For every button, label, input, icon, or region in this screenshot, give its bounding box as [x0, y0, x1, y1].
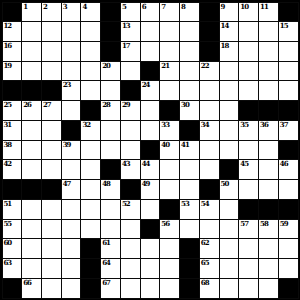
- clue-number: 36: [260, 121, 268, 128]
- cell-r3c8[interactable]: 21: [159, 61, 180, 82]
- clue-number: 17: [122, 42, 130, 49]
- black-cell-r13c4: [80, 258, 101, 279]
- cell-r1c9[interactable]: [179, 21, 200, 42]
- cell-r12c1[interactable]: [21, 238, 42, 259]
- cell-r12c6[interactable]: [120, 238, 141, 259]
- clue-number: 55: [4, 220, 12, 227]
- cell-r10c9[interactable]: 53: [179, 199, 200, 220]
- clue-number: 10: [240, 3, 248, 10]
- clue-number: 19: [4, 62, 12, 69]
- cell-r11c11[interactable]: [219, 219, 240, 240]
- cell-r9c9[interactable]: [179, 179, 200, 200]
- clue-number: 2: [43, 3, 47, 10]
- clue-number: 24: [142, 81, 150, 88]
- cell-r1c0[interactable]: 12: [2, 21, 23, 42]
- cell-r3c10[interactable]: 22: [199, 61, 220, 82]
- clue-number: 40: [161, 141, 169, 148]
- cell-r6c6[interactable]: [120, 120, 141, 141]
- black-cell-r4c6: [120, 80, 141, 101]
- cell-r1c2[interactable]: [41, 21, 62, 42]
- cell-r0c2[interactable]: 2: [41, 2, 62, 23]
- cell-r5c9[interactable]: 30: [179, 100, 200, 121]
- clue-number: 33: [161, 121, 169, 128]
- cell-r5c11[interactable]: [219, 100, 240, 121]
- cell-r10c7[interactable]: [140, 199, 161, 220]
- cell-r3c6[interactable]: [120, 61, 141, 82]
- clue-number: 42: [4, 160, 12, 167]
- clue-number: 66: [23, 279, 31, 286]
- cell-r4c7[interactable]: 24: [140, 80, 161, 101]
- clue-number: 15: [280, 22, 288, 29]
- cell-r6c10[interactable]: 34: [199, 120, 220, 141]
- clue-number: 56: [161, 220, 169, 227]
- cell-r12c11[interactable]: [219, 238, 240, 259]
- cell-r11c13[interactable]: 58: [258, 219, 279, 240]
- cell-r7c10[interactable]: [199, 140, 220, 161]
- cell-r13c1[interactable]: [21, 258, 42, 279]
- cell-r2c9[interactable]: [179, 41, 200, 62]
- clue-number: 4: [82, 3, 86, 10]
- cell-r11c1[interactable]: [21, 219, 42, 240]
- cell-r9c13[interactable]: [258, 179, 279, 200]
- cell-r13c13[interactable]: [258, 258, 279, 279]
- cell-r2c13[interactable]: [258, 41, 279, 62]
- cell-r0c4[interactable]: 4: [80, 2, 101, 23]
- clue-number: 26: [23, 101, 31, 108]
- clue-number: 29: [122, 101, 130, 108]
- black-cell-r0c14: [278, 2, 299, 23]
- clue-number: 43: [122, 160, 130, 167]
- clue-number: 59: [280, 220, 288, 227]
- black-cell-r14c0: [2, 278, 23, 299]
- black-cell-r10c13: [258, 199, 279, 220]
- black-cell-r10c12: [238, 199, 259, 220]
- black-cell-r10c14: [278, 199, 299, 220]
- clue-number: 3: [63, 3, 67, 10]
- cell-r2c0[interactable]: 16: [2, 41, 23, 62]
- cell-r11c3[interactable]: [61, 219, 82, 240]
- cell-r12c5[interactable]: 61: [100, 238, 121, 259]
- cell-r4c5[interactable]: [100, 80, 121, 101]
- cell-r0c3[interactable]: 3: [61, 2, 82, 23]
- black-cell-r2c10: [199, 41, 220, 62]
- clue-number: 9: [221, 3, 225, 10]
- cell-r4c12[interactable]: [238, 80, 259, 101]
- cell-r2c3[interactable]: [61, 41, 82, 62]
- clue-number: 13: [122, 22, 130, 29]
- cell-r0c1[interactable]: 1: [21, 2, 42, 23]
- cell-r8c6[interactable]: 43: [120, 159, 141, 180]
- clue-number: 18: [221, 42, 229, 49]
- clue-number: 32: [82, 121, 90, 128]
- clue-number: 5: [122, 3, 126, 10]
- cell-r4c4[interactable]: [80, 80, 101, 101]
- cell-r2c7[interactable]: [140, 41, 161, 62]
- cell-r8c12[interactable]: 45: [238, 159, 259, 180]
- black-cell-r3c7: [140, 61, 161, 82]
- clue-number: 37: [280, 121, 288, 128]
- clue-number: 27: [43, 101, 51, 108]
- clue-number: 6: [142, 3, 146, 10]
- black-cell-r11c7: [140, 219, 161, 240]
- cell-r8c0[interactable]: 42: [2, 159, 23, 180]
- cell-r12c12[interactable]: [238, 238, 259, 259]
- cell-r2c12[interactable]: [238, 41, 259, 62]
- black-cell-r5c4: [80, 100, 101, 121]
- clue-number: 47: [63, 180, 71, 187]
- cell-r13c0[interactable]: 63: [2, 258, 23, 279]
- cell-r5c5[interactable]: 28: [100, 100, 121, 121]
- cell-r8c8[interactable]: [159, 159, 180, 180]
- cell-r2c6[interactable]: 17: [120, 41, 141, 62]
- clue-number: 61: [102, 239, 110, 246]
- black-cell-r0c5: [100, 2, 121, 23]
- cell-r4c11[interactable]: [219, 80, 240, 101]
- clue-number: 41: [181, 141, 189, 148]
- cell-r12c10[interactable]: 62: [199, 238, 220, 259]
- cell-r11c2[interactable]: [41, 219, 62, 240]
- cell-r9c8[interactable]: [159, 179, 180, 200]
- clue-number: 7: [161, 3, 165, 10]
- cell-r3c0[interactable]: 19: [2, 61, 23, 82]
- clue-number: 21: [161, 62, 169, 69]
- cell-r7c4[interactable]: [80, 140, 101, 161]
- clue-number: 8: [181, 3, 185, 10]
- clue-number: 35: [240, 121, 248, 128]
- cell-r10c11[interactable]: [219, 199, 240, 220]
- cell-r10c2[interactable]: [41, 199, 62, 220]
- clue-number: 50: [221, 180, 229, 187]
- cell-r6c2[interactable]: [41, 120, 62, 141]
- cell-r10c0[interactable]: 51: [2, 199, 23, 220]
- black-cell-r5c14: [278, 100, 299, 121]
- cell-r2c1[interactable]: [21, 41, 42, 62]
- clue-number: 54: [201, 200, 209, 207]
- cell-r0c9[interactable]: 8: [179, 2, 200, 23]
- cell-r2c11[interactable]: 18: [219, 41, 240, 62]
- cell-r13c3[interactable]: [61, 258, 82, 279]
- black-cell-r8c11: [219, 159, 240, 180]
- cell-r13c6[interactable]: [120, 258, 141, 279]
- cell-r2c14[interactable]: [278, 41, 299, 62]
- cell-r12c0[interactable]: 60: [2, 238, 23, 259]
- cell-r7c5[interactable]: [100, 140, 121, 161]
- cell-r14c6[interactable]: [120, 278, 141, 299]
- cell-r4c3[interactable]: 23: [61, 80, 82, 101]
- cell-r12c7[interactable]: [140, 238, 161, 259]
- black-cell-r9c0: [2, 179, 23, 200]
- cell-r3c4[interactable]: [80, 61, 101, 82]
- cell-r6c5[interactable]: [100, 120, 121, 141]
- cell-r8c1[interactable]: [21, 159, 42, 180]
- cell-r3c11[interactable]: [219, 61, 240, 82]
- clue-number: 39: [63, 141, 71, 148]
- cell-r0c6[interactable]: 5: [120, 2, 141, 23]
- black-cell-r9c1: [21, 179, 42, 200]
- cell-r5c0[interactable]: 25: [2, 100, 23, 121]
- clue-number: 12: [4, 22, 12, 29]
- cell-r11c8[interactable]: 56: [159, 219, 180, 240]
- cell-r11c6[interactable]: [120, 219, 141, 240]
- cell-r8c14[interactable]: 46: [278, 159, 299, 180]
- cell-r7c6[interactable]: [120, 140, 141, 161]
- black-cell-r4c0: [2, 80, 23, 101]
- cell-r14c13[interactable]: [258, 278, 279, 299]
- clue-number: 16: [4, 42, 12, 49]
- cell-r5c2[interactable]: 27: [41, 100, 62, 121]
- cell-r6c14[interactable]: 37: [278, 120, 299, 141]
- clue-number: 49: [142, 180, 150, 187]
- cell-r13c7[interactable]: [140, 258, 161, 279]
- black-cell-r14c4: [80, 278, 101, 299]
- cell-r8c2[interactable]: [41, 159, 62, 180]
- black-cell-r6c3: [61, 120, 82, 141]
- clue-number: 14: [221, 22, 229, 29]
- cell-r4c13[interactable]: [258, 80, 279, 101]
- cell-r8c13[interactable]: [258, 159, 279, 180]
- cell-r3c5[interactable]: 20: [100, 61, 121, 82]
- cell-r10c5[interactable]: [100, 199, 121, 220]
- black-cell-r9c2: [41, 179, 62, 200]
- black-cell-r9c10: [199, 179, 220, 200]
- cell-r8c3[interactable]: [61, 159, 82, 180]
- black-cell-r0c0: [2, 2, 23, 23]
- cell-r1c12[interactable]: [238, 21, 259, 42]
- cell-r11c5[interactable]: [100, 219, 121, 240]
- black-cell-r12c9: [179, 238, 200, 259]
- black-cell-r5c8: [159, 100, 180, 121]
- clue-number: 30: [181, 101, 189, 108]
- cell-r4c9[interactable]: [179, 80, 200, 101]
- cell-r13c2[interactable]: [41, 258, 62, 279]
- cell-r14c10[interactable]: 68: [199, 278, 220, 299]
- clue-number: 22: [201, 62, 209, 69]
- black-cell-r4c1: [21, 80, 42, 101]
- cell-r1c14[interactable]: 15: [278, 21, 299, 42]
- cell-r3c12[interactable]: [238, 61, 259, 82]
- cell-r6c13[interactable]: 36: [258, 120, 279, 141]
- black-cell-r13c9: [179, 258, 200, 279]
- cell-r0c12[interactable]: 10: [238, 2, 259, 23]
- cell-r13c8[interactable]: [159, 258, 180, 279]
- clue-number: 1: [23, 3, 27, 10]
- cell-r5c3[interactable]: [61, 100, 82, 121]
- cell-r9c5[interactable]: 48: [100, 179, 121, 200]
- clue-number: 48: [102, 180, 110, 187]
- cell-r11c14[interactable]: 59: [278, 219, 299, 240]
- cell-r6c7[interactable]: [140, 120, 161, 141]
- cell-r2c8[interactable]: [159, 41, 180, 62]
- clue-number: 64: [102, 259, 110, 266]
- clue-number: 67: [102, 279, 110, 286]
- cell-r14c2[interactable]: [41, 278, 62, 299]
- cell-r14c8[interactable]: [159, 278, 180, 299]
- black-cell-r4c2: [41, 80, 62, 101]
- cell-r9c4[interactable]: [80, 179, 101, 200]
- black-cell-r6c9: [179, 120, 200, 141]
- cell-r1c4[interactable]: [80, 21, 101, 42]
- clue-number: 38: [4, 141, 12, 148]
- clue-number: 28: [102, 101, 110, 108]
- clue-number: 45: [240, 160, 248, 167]
- cell-r1c1[interactable]: [21, 21, 42, 42]
- cell-r11c0[interactable]: 55: [2, 219, 23, 240]
- clue-number: 60: [4, 239, 12, 246]
- black-cell-r1c10: [199, 21, 220, 42]
- cell-r10c4[interactable]: [80, 199, 101, 220]
- cell-r13c12[interactable]: [238, 258, 259, 279]
- cell-r6c1[interactable]: [21, 120, 42, 141]
- cell-r14c3[interactable]: [61, 278, 82, 299]
- cell-r0c11[interactable]: 9: [219, 2, 240, 23]
- clue-number: 62: [201, 239, 209, 246]
- black-cell-r1c5: [100, 21, 121, 42]
- clue-number: 65: [201, 259, 209, 266]
- cell-r9c12[interactable]: [238, 179, 259, 200]
- black-cell-r12c4: [80, 238, 101, 259]
- cell-r11c10[interactable]: [199, 219, 220, 240]
- cell-r7c8[interactable]: 40: [159, 140, 180, 161]
- cell-r14c12[interactable]: [238, 278, 259, 299]
- cell-r8c10[interactable]: [199, 159, 220, 180]
- clue-number: 52: [122, 200, 130, 207]
- cell-r12c14[interactable]: [278, 238, 299, 259]
- cell-r10c10[interactable]: 54: [199, 199, 220, 220]
- clue-number: 23: [63, 81, 71, 88]
- clue-number: 46: [280, 160, 288, 167]
- cell-r13c10[interactable]: 65: [199, 258, 220, 279]
- cell-r10c1[interactable]: [21, 199, 42, 220]
- cell-r6c11[interactable]: [219, 120, 240, 141]
- cell-r9c3[interactable]: 47: [61, 179, 82, 200]
- cell-r7c9[interactable]: 41: [179, 140, 200, 161]
- cell-r8c9[interactable]: [179, 159, 200, 180]
- cell-r1c11[interactable]: 14: [219, 21, 240, 42]
- cell-r1c7[interactable]: [140, 21, 161, 42]
- clue-number: 53: [181, 200, 189, 207]
- black-cell-r5c13: [258, 100, 279, 121]
- black-cell-r14c9: [179, 278, 200, 299]
- cell-r8c4[interactable]: [80, 159, 101, 180]
- black-cell-r0c10: [199, 2, 220, 23]
- clue-number: 34: [201, 121, 209, 128]
- cell-r3c3[interactable]: [61, 61, 82, 82]
- cell-r11c12[interactable]: 57: [238, 219, 259, 240]
- cell-r7c2[interactable]: [41, 140, 62, 161]
- clue-number: 44: [142, 160, 150, 167]
- cell-r7c13[interactable]: [258, 140, 279, 161]
- cell-r5c1[interactable]: 26: [21, 100, 42, 121]
- cell-r14c5[interactable]: 67: [100, 278, 121, 299]
- cell-r0c7[interactable]: 6: [140, 2, 161, 23]
- cell-r13c14[interactable]: [278, 258, 299, 279]
- black-cell-r14c14: [278, 278, 299, 299]
- cell-r1c13[interactable]: [258, 21, 279, 42]
- black-cell-r5c12: [238, 100, 259, 121]
- cell-r0c8[interactable]: 7: [159, 2, 180, 23]
- cell-r6c8[interactable]: 33: [159, 120, 180, 141]
- cell-r7c3[interactable]: 39: [61, 140, 82, 161]
- cell-r9c7[interactable]: 49: [140, 179, 161, 200]
- cell-r5c7[interactable]: [140, 100, 161, 121]
- black-cell-r7c14: [278, 140, 299, 161]
- cell-r11c9[interactable]: [179, 219, 200, 240]
- cell-r5c6[interactable]: 29: [120, 100, 141, 121]
- cell-r4c14[interactable]: [278, 80, 299, 101]
- cell-r14c1[interactable]: 66: [21, 278, 42, 299]
- black-cell-r9c6: [120, 179, 141, 200]
- cell-r7c12[interactable]: [238, 140, 259, 161]
- cell-r4c8[interactable]: [159, 80, 180, 101]
- cell-r3c2[interactable]: [41, 61, 62, 82]
- clue-number: 31: [4, 121, 12, 128]
- cell-r10c6[interactable]: 52: [120, 199, 141, 220]
- clue-number: 25: [4, 101, 12, 108]
- cell-r13c11[interactable]: [219, 258, 240, 279]
- cell-r6c0[interactable]: 31: [2, 120, 23, 141]
- cell-r9c11[interactable]: 50: [219, 179, 240, 200]
- cell-r10c3[interactable]: [61, 199, 82, 220]
- cell-r12c8[interactable]: [159, 238, 180, 259]
- cell-r12c2[interactable]: [41, 238, 62, 259]
- cell-r0c13[interactable]: 11: [258, 2, 279, 23]
- cell-r7c0[interactable]: 38: [2, 140, 23, 161]
- clue-number: 58: [260, 220, 268, 227]
- clue-number: 63: [4, 259, 12, 266]
- cell-r7c11[interactable]: [219, 140, 240, 161]
- cell-r2c4[interactable]: [80, 41, 101, 62]
- clue-number: 57: [240, 220, 248, 227]
- clue-number: 68: [201, 279, 209, 286]
- cell-r8c7[interactable]: 44: [140, 159, 161, 180]
- cell-r3c14[interactable]: [278, 61, 299, 82]
- black-cell-r8c5: [100, 159, 121, 180]
- cell-r14c11[interactable]: [219, 278, 240, 299]
- clue-number: 11: [260, 3, 268, 10]
- clue-number: 51: [4, 200, 12, 207]
- black-cell-r2c5: [100, 41, 121, 62]
- cell-r3c13[interactable]: [258, 61, 279, 82]
- cell-r9c14[interactable]: [278, 179, 299, 200]
- black-cell-r10c8: [159, 199, 180, 220]
- cell-r3c1[interactable]: [21, 61, 42, 82]
- cell-r13c5[interactable]: 64: [100, 258, 121, 279]
- cell-r5c10[interactable]: [199, 100, 220, 121]
- cell-r12c3[interactable]: [61, 238, 82, 259]
- cell-r4c10[interactable]: [199, 80, 220, 101]
- cell-r12c13[interactable]: [258, 238, 279, 259]
- black-cell-r7c7: [140, 140, 161, 161]
- cell-r11c4[interactable]: [80, 219, 101, 240]
- cell-r1c8[interactable]: [159, 21, 180, 42]
- cell-r3c9[interactable]: [179, 61, 200, 82]
- cell-r1c3[interactable]: [61, 21, 82, 42]
- cell-r6c12[interactable]: 35: [238, 120, 259, 141]
- cell-r7c1[interactable]: [21, 140, 42, 161]
- cell-r14c7[interactable]: [140, 278, 161, 299]
- crossword-board: 1234567891011121314151617181920212223242…: [0, 0, 300, 300]
- cell-r6c4[interactable]: 32: [80, 120, 101, 141]
- cell-r1c6[interactable]: 13: [120, 21, 141, 42]
- clue-number: 20: [102, 62, 110, 69]
- cell-r2c2[interactable]: [41, 41, 62, 62]
